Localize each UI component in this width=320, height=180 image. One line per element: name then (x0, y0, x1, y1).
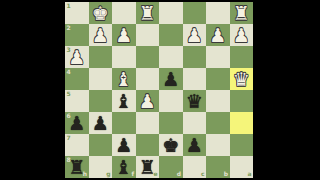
rank-label-3: 3 (67, 47, 71, 53)
square-c1[interactable] (183, 2, 207, 24)
square-h1[interactable]: 1 (65, 2, 89, 24)
square-b4[interactable] (206, 68, 230, 90)
square-e7[interactable] (136, 134, 160, 156)
file-label-h: h (83, 171, 87, 177)
white-pawn: ♟ (230, 24, 254, 46)
white-rook: ♜ (230, 2, 254, 24)
square-c4[interactable] (183, 68, 207, 90)
file-label-a: a (247, 171, 251, 177)
square-e2[interactable] (136, 24, 160, 46)
square-a3[interactable] (230, 46, 254, 68)
rank-label-1: 1 (67, 3, 71, 9)
square-b2[interactable]: ♟ (206, 24, 230, 46)
square-c5[interactable]: ♛ (183, 90, 207, 112)
square-g3[interactable] (89, 46, 113, 68)
chess-app-stage: 1♚♜♜2♟♟♟♟♟3♟4♝♟♛5♝♟♛6♟♟7♟♚♟8h♜gf♝e♜dcba (0, 0, 320, 180)
letterbox-left (0, 0, 65, 180)
square-h5[interactable]: 5 (65, 90, 89, 112)
square-f3[interactable] (112, 46, 136, 68)
rank-label-6: 6 (67, 113, 71, 119)
white-bishop: ♝ (112, 68, 136, 90)
square-f5[interactable]: ♝ (112, 90, 136, 112)
rank-label-2: 2 (67, 25, 71, 31)
square-g6[interactable]: ♟ (89, 112, 113, 134)
square-a2[interactable]: ♟ (230, 24, 254, 46)
square-d2[interactable] (159, 24, 183, 46)
white-pawn: ♟ (112, 24, 136, 46)
square-g7[interactable] (89, 134, 113, 156)
square-d8[interactable]: d (159, 156, 183, 178)
file-label-e: e (153, 171, 157, 177)
square-f6[interactable] (112, 112, 136, 134)
square-g1[interactable]: ♚ (89, 2, 113, 24)
square-d1[interactable] (159, 2, 183, 24)
square-c6[interactable] (183, 112, 207, 134)
square-c3[interactable] (183, 46, 207, 68)
square-h3[interactable]: 3♟ (65, 46, 89, 68)
square-g4[interactable] (89, 68, 113, 90)
square-c8[interactable]: c (183, 156, 207, 178)
square-a4[interactable]: ♛ (230, 68, 254, 90)
file-label-b: b (224, 171, 228, 177)
square-a7[interactable] (230, 134, 254, 156)
square-b7[interactable] (206, 134, 230, 156)
white-pawn: ♟ (89, 24, 113, 46)
square-b8[interactable]: b (206, 156, 230, 178)
white-pawn: ♟ (183, 24, 207, 46)
square-b6[interactable] (206, 112, 230, 134)
black-pawn: ♟ (65, 112, 89, 134)
square-a8[interactable]: a (230, 156, 254, 178)
white-king: ♚ (89, 2, 113, 24)
black-queen: ♛ (183, 90, 207, 112)
square-c7[interactable]: ♟ (183, 134, 207, 156)
white-pawn: ♟ (65, 46, 89, 68)
square-d7[interactable]: ♚ (159, 134, 183, 156)
square-f7[interactable]: ♟ (112, 134, 136, 156)
square-g2[interactable]: ♟ (89, 24, 113, 46)
file-label-f: f (131, 171, 134, 177)
square-d4[interactable]: ♟ (159, 68, 183, 90)
square-a1[interactable]: ♜ (230, 2, 254, 24)
rank-label-5: 5 (67, 91, 71, 97)
square-e6[interactable] (136, 112, 160, 134)
square-e4[interactable] (136, 68, 160, 90)
file-label-c: c (201, 171, 205, 177)
square-h4[interactable]: 4 (65, 68, 89, 90)
white-pawn: ♟ (206, 24, 230, 46)
black-bishop: ♝ (112, 90, 136, 112)
square-d5[interactable] (159, 90, 183, 112)
square-d3[interactable] (159, 46, 183, 68)
square-h6[interactable]: 6♟ (65, 112, 89, 134)
square-e1[interactable]: ♜ (136, 2, 160, 24)
white-rook: ♜ (136, 2, 160, 24)
black-pawn: ♟ (183, 134, 207, 156)
square-c2[interactable]: ♟ (183, 24, 207, 46)
square-d6[interactable] (159, 112, 183, 134)
square-a5[interactable] (230, 90, 254, 112)
white-pawn: ♟ (136, 90, 160, 112)
chess-board: 1♚♜♜2♟♟♟♟♟3♟4♝♟♛5♝♟♛6♟♟7♟♚♟8h♜gf♝e♜dcba (65, 2, 253, 178)
square-b3[interactable] (206, 46, 230, 68)
square-h7[interactable]: 7 (65, 134, 89, 156)
black-pawn: ♟ (112, 134, 136, 156)
black-rook: ♜ (136, 156, 160, 178)
square-e3[interactable] (136, 46, 160, 68)
square-h2[interactable]: 2 (65, 24, 89, 46)
square-a6[interactable] (230, 112, 254, 134)
black-pawn: ♟ (89, 112, 113, 134)
square-g5[interactable] (89, 90, 113, 112)
black-king: ♚ (159, 134, 183, 156)
black-bishop: ♝ (112, 156, 136, 178)
black-pawn: ♟ (159, 68, 183, 90)
square-b5[interactable] (206, 90, 230, 112)
white-queen: ♛ (230, 68, 254, 90)
square-e8[interactable]: e♜ (136, 156, 160, 178)
square-e5[interactable]: ♟ (136, 90, 160, 112)
square-f8[interactable]: f♝ (112, 156, 136, 178)
rank-label-4: 4 (67, 69, 71, 75)
square-h8[interactable]: 8h♜ (65, 156, 89, 178)
square-g8[interactable]: g (89, 156, 113, 178)
square-f2[interactable]: ♟ (112, 24, 136, 46)
file-label-d: d (177, 171, 181, 177)
black-rook: ♜ (65, 156, 89, 178)
rank-label-7: 7 (67, 135, 71, 141)
square-f1[interactable] (112, 2, 136, 24)
square-b1[interactable] (206, 2, 230, 24)
file-label-g: g (106, 171, 110, 177)
square-f4[interactable]: ♝ (112, 68, 136, 90)
rank-label-8: 8 (67, 157, 71, 163)
letterbox-right (253, 0, 320, 180)
